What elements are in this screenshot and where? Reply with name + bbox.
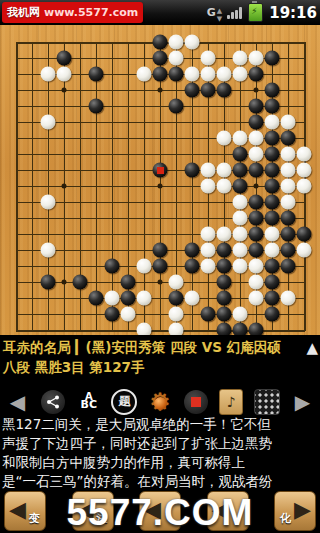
black-stone (153, 51, 168, 66)
white-stone (201, 67, 216, 82)
black-stone (169, 99, 184, 114)
left-arrow-icon: ◀ (10, 392, 25, 412)
commentary-line: 是“一石三鸟”的好着。在对局当时，观战者纷 (0, 472, 320, 490)
white-stone (249, 131, 264, 146)
star-point (62, 88, 67, 93)
white-stone (41, 195, 56, 210)
white-stone (233, 131, 248, 146)
commentary-line: 黑127二间关，是大局观卓绝的一手！它不但 (0, 415, 320, 434)
white-stone (281, 195, 296, 210)
white-stone (41, 115, 56, 130)
black-stone (185, 243, 200, 258)
network-type-icon: G (207, 7, 216, 18)
black-stone (89, 99, 104, 114)
white-stone (201, 179, 216, 194)
problem-icon: 题 (111, 389, 137, 415)
white-stone (137, 291, 152, 306)
grid-line-h (16, 314, 305, 315)
white-stone (249, 259, 264, 274)
collapse-panel-icon[interactable]: ▲ (306, 339, 318, 357)
battery-icon: ⚡ (248, 3, 263, 22)
black-stone (265, 275, 280, 290)
white-stone (169, 35, 184, 50)
ad-banner[interactable]: 我机网 www.5577.com (2, 2, 143, 23)
black-stone (89, 291, 104, 306)
toolbar: ◀ ABC 题 ⚙ ♪ (0, 388, 320, 415)
black-stone (185, 163, 200, 178)
status-bar: 我机网 www.5577.com G ▲▼ ⚡ 19:16 (0, 0, 320, 25)
game-title-bar: 耳赤的名局 ▎(黑)安田秀策 四段 VS 幻庵因硕 八段 黑胜3目 第127手 … (0, 335, 320, 388)
stone-grid-icon (254, 389, 280, 415)
black-stone (217, 307, 232, 322)
music-button[interactable]: ♪ (215, 389, 248, 415)
white-stone (297, 179, 312, 194)
gear-icon: ⚙ (149, 390, 171, 414)
white-stone (297, 163, 312, 178)
black-stone (249, 99, 264, 114)
music-note-icon: ♪ (219, 389, 243, 415)
black-stone (233, 163, 248, 178)
white-stone (233, 227, 248, 242)
black-stone (105, 259, 120, 274)
black-stone (153, 243, 168, 258)
black-stone (201, 307, 216, 322)
white-stone (297, 147, 312, 162)
star-point (254, 88, 259, 93)
white-stone (137, 259, 152, 274)
last-move-stone (153, 163, 168, 178)
black-stone (265, 291, 280, 306)
black-stone (185, 259, 200, 274)
white-stone (249, 147, 264, 162)
white-stone (265, 227, 280, 242)
commentary-line: 和限制白方中腹势力的作用，真可称得上 (0, 453, 320, 472)
record-button[interactable] (179, 389, 212, 415)
black-stone (265, 211, 280, 226)
white-stone (217, 227, 232, 242)
black-stone (169, 67, 184, 82)
white-stone (41, 243, 56, 258)
white-stone (233, 211, 248, 226)
problem-mode-button[interactable]: 题 (108, 389, 141, 415)
white-stone (249, 291, 264, 306)
white-stone (201, 243, 216, 258)
signal-strength-icon (226, 7, 242, 19)
black-stone (265, 99, 280, 114)
watermark-text: 5577.COM (0, 492, 320, 533)
record-icon (184, 390, 208, 414)
black-stone (281, 259, 296, 274)
black-stone (265, 131, 280, 146)
white-stone (249, 51, 264, 66)
black-stone (265, 195, 280, 210)
black-stone (249, 115, 264, 130)
black-stone (121, 291, 136, 306)
white-stone (265, 243, 280, 258)
black-stone (201, 83, 216, 98)
white-stone (281, 291, 296, 306)
star-point (62, 184, 67, 189)
black-stone (217, 259, 232, 274)
white-stone (233, 195, 248, 210)
black-stone (185, 83, 200, 98)
black-stone (233, 179, 248, 194)
star-point (158, 88, 163, 93)
black-stone (265, 163, 280, 178)
black-stone (265, 179, 280, 194)
white-stone (297, 243, 312, 258)
black-stone (249, 211, 264, 226)
black-stone (105, 307, 120, 322)
ad-banner-site: 我机网 (7, 5, 40, 20)
ad-banner-url: www.5577.com (44, 6, 138, 19)
white-stone (201, 227, 216, 242)
prev-move-button[interactable]: ◀ (1, 389, 34, 415)
white-stone (41, 67, 56, 82)
commentary-line: 声援了下边四子，同时还起到了扩张上边黑势 (0, 434, 320, 453)
white-stone (201, 163, 216, 178)
black-stone (249, 67, 264, 82)
go-board[interactable] (0, 25, 320, 335)
right-arrow-icon: ▶ (295, 392, 310, 412)
star-point (254, 184, 259, 189)
black-stone (41, 275, 56, 290)
black-stone (249, 243, 264, 258)
star-point (62, 280, 67, 285)
status-indicators: G ▲▼ ⚡ 19:16 (207, 2, 317, 23)
white-stone (169, 51, 184, 66)
black-stone (153, 35, 168, 50)
black-stone (281, 131, 296, 146)
white-stone (233, 259, 248, 274)
white-stone (217, 179, 232, 194)
white-stone (233, 51, 248, 66)
black-stone (217, 83, 232, 98)
white-stone (105, 291, 120, 306)
settings-button[interactable]: ⚙ (144, 389, 177, 415)
white-stone (169, 307, 184, 322)
white-stone (185, 291, 200, 306)
stone-grid-button[interactable] (250, 389, 283, 415)
black-stone (217, 275, 232, 290)
black-stone (281, 227, 296, 242)
black-stone (217, 243, 232, 258)
black-stone (89, 67, 104, 82)
black-stone (265, 307, 280, 322)
bottom-bar: ◀变◀注◀◀▶化 5577.COM (0, 490, 320, 533)
white-stone (281, 115, 296, 130)
white-stone (185, 35, 200, 50)
black-stone (265, 147, 280, 162)
white-stone (121, 307, 136, 322)
white-stone (233, 307, 248, 322)
share-button[interactable] (37, 389, 70, 415)
black-stone (249, 227, 264, 242)
share-icon (41, 390, 65, 414)
black-stone (153, 259, 168, 274)
black-stone (249, 195, 264, 210)
black-stone (169, 291, 184, 306)
white-stone (57, 67, 72, 82)
app-screen: 我机网 www.5577.com G ▲▼ ⚡ 19:16 耳赤的名局 ▎(黑)… (0, 0, 320, 533)
white-stone (265, 115, 280, 130)
black-stone (249, 163, 264, 178)
black-stone (121, 275, 136, 290)
black-stone (281, 211, 296, 226)
white-stone (217, 163, 232, 178)
white-stone (217, 131, 232, 146)
black-stone (265, 259, 280, 274)
white-stone (249, 275, 264, 290)
star-point (158, 280, 163, 285)
white-stone (281, 163, 296, 178)
white-stone (169, 275, 184, 290)
black-stone (281, 243, 296, 258)
black-stone (57, 51, 72, 66)
white-stone (233, 67, 248, 82)
white-stone (201, 51, 216, 66)
black-stone (73, 275, 88, 290)
game-title: 耳赤的名局 ▎(黑)安田秀策 四段 VS 幻庵因硕 八段 黑胜3目 第127手 (0, 335, 320, 377)
move-commentary[interactable]: 黑127二间关，是大局观卓绝的一手！它不但声援了下边四子，同时还起到了扩张上边黑… (0, 415, 320, 490)
white-stone (281, 179, 296, 194)
last-move-marker (157, 167, 164, 174)
white-stone (201, 259, 216, 274)
white-stone (217, 67, 232, 82)
data-transfer-arrows-icon: ▲▼ (217, 7, 222, 23)
status-clock: 19:16 (269, 4, 317, 22)
black-stone (217, 291, 232, 306)
star-point (158, 184, 163, 189)
black-stone (265, 83, 280, 98)
abc-text-icon: ABC (81, 393, 97, 410)
next-move-button[interactable]: ▶ (286, 389, 319, 415)
black-stone (233, 147, 248, 162)
white-stone (185, 67, 200, 82)
black-stone (265, 51, 280, 66)
black-stone (153, 67, 168, 82)
text-mode-button[interactable]: ABC (72, 389, 105, 415)
black-stone (297, 227, 312, 242)
white-stone (137, 67, 152, 82)
white-stone (233, 243, 248, 258)
white-stone (281, 147, 296, 162)
